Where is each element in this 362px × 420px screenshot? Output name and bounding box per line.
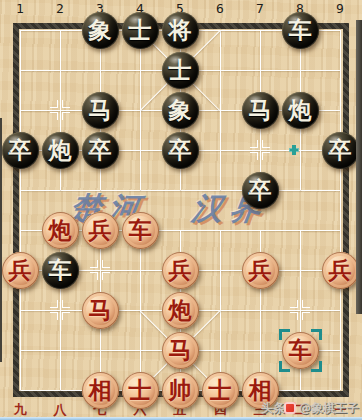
piece-character: 士 — [209, 372, 232, 409]
piece-character: 士 — [169, 52, 192, 89]
piece-black-advisor[interactable]: 士 — [122, 12, 159, 49]
piece-black-pawn[interactable]: 卒 — [82, 132, 119, 169]
point-marker — [50, 100, 70, 120]
piece-character: 象 — [89, 12, 112, 49]
piece-character: 兵 — [169, 252, 192, 289]
piece-black-cannon[interactable]: 炮 — [282, 92, 319, 129]
piece-red-general[interactable]: 帅 — [162, 372, 199, 409]
piece-red-horse[interactable]: 马 — [162, 332, 199, 369]
piece-black-chariot[interactable]: 车 — [42, 252, 79, 289]
piece-character: 卒 — [249, 172, 272, 209]
piece-character: 帅 — [169, 372, 192, 409]
piece-red-horse[interactable]: 马 — [82, 292, 119, 329]
piece-black-advisor[interactable]: 士 — [162, 52, 199, 89]
piece-character: 卒 — [329, 132, 352, 169]
piece-character: 车 — [289, 12, 312, 49]
point-marker — [50, 300, 70, 320]
watermark-handle: @象棋王子 — [299, 400, 359, 417]
piece-character: 将 — [169, 12, 192, 49]
piece-character: 卒 — [169, 132, 192, 169]
piece-character: 象 — [169, 92, 192, 129]
piece-character: 士 — [129, 12, 152, 49]
piece-black-cannon[interactable]: 炮 — [42, 132, 79, 169]
selection-brackets — [279, 329, 322, 372]
piece-red-advisor[interactable]: 士 — [122, 372, 159, 409]
piece-character: 马 — [249, 92, 272, 129]
watermark-site: 头条 — [261, 400, 285, 417]
piece-red-pawn[interactable]: 兵 — [242, 252, 279, 289]
piece-red-advisor[interactable]: 士 — [202, 372, 239, 409]
piece-black-pawn[interactable]: 卒 — [162, 132, 199, 169]
piece-black-horse[interactable]: 马 — [242, 92, 279, 129]
piece-character: 炮 — [49, 212, 72, 249]
xiangqi-board: 123456789 九八七六五四三二一 楚河 汉界 象士将车士马象马炮卒炮卒卒卒… — [0, 0, 362, 420]
piece-character: 卒 — [89, 132, 112, 169]
piece-character: 兵 — [9, 252, 32, 289]
piece-black-elephant[interactable]: 象 — [162, 92, 199, 129]
file-label-top: 7 — [250, 1, 270, 16]
file-label-top: 2 — [50, 1, 70, 16]
piece-red-pawn[interactable]: 兵 — [162, 252, 199, 289]
piece-character: 炮 — [169, 292, 192, 329]
piece-black-chariot[interactable]: 车 — [282, 12, 319, 49]
piece-character: 车 — [129, 212, 152, 249]
point-marker — [90, 260, 110, 280]
piece-red-pawn[interactable]: 兵 — [82, 212, 119, 249]
point-marker — [250, 140, 270, 160]
piece-character: 炮 — [49, 132, 72, 169]
move-marker-icon — [289, 145, 299, 155]
piece-red-pawn[interactable]: 兵 — [322, 252, 359, 289]
piece-character: 马 — [89, 292, 112, 329]
file-label-top: 1 — [10, 1, 30, 16]
piece-black-pawn[interactable]: 卒 — [322, 132, 359, 169]
watermark: 头条 @象棋王子 — [261, 400, 359, 416]
piece-character: 炮 — [289, 92, 312, 129]
piece-character: 兵 — [329, 252, 352, 289]
piece-character: 兵 — [89, 212, 112, 249]
piece-red-cannon[interactable]: 炮 — [42, 212, 79, 249]
piece-black-pawn[interactable]: 卒 — [242, 172, 279, 209]
point-marker — [290, 300, 310, 320]
piece-black-elephant[interactable]: 象 — [82, 12, 119, 49]
toutiao-logo-icon — [284, 402, 296, 414]
piece-character: 卒 — [9, 132, 32, 169]
piece-character: 相 — [89, 372, 112, 409]
piece-black-pawn[interactable]: 卒 — [2, 132, 39, 169]
piece-character: 兵 — [249, 252, 272, 289]
piece-red-pawn[interactable]: 兵 — [2, 252, 39, 289]
piece-black-horse[interactable]: 马 — [82, 92, 119, 129]
piece-red-chariot[interactable]: 车 — [122, 212, 159, 249]
edge-shadow-right — [356, 20, 362, 314]
piece-character: 车 — [49, 252, 72, 289]
piece-character: 马 — [89, 92, 112, 129]
piece-red-cannon[interactable]: 炮 — [162, 292, 199, 329]
file-label-top: 9 — [330, 1, 350, 16]
piece-black-general[interactable]: 将 — [162, 12, 199, 49]
piece-character: 马 — [169, 332, 192, 369]
file-label-top: 6 — [210, 1, 230, 16]
piece-red-elephant[interactable]: 相 — [82, 372, 119, 409]
piece-character: 士 — [129, 372, 152, 409]
edge-shadow-left — [0, 118, 2, 362]
